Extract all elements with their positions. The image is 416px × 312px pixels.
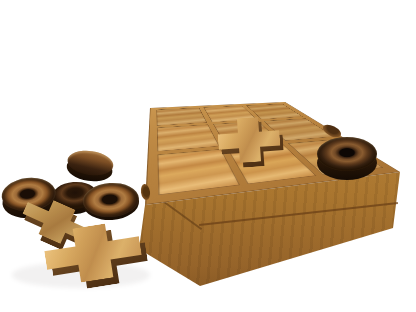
scattered-piece-o-0[interactable]	[65, 148, 115, 184]
board-piece-o-1[interactable]	[317, 137, 377, 180]
board-piece-x-0[interactable]	[217, 115, 282, 164]
cell-r1c0[interactable]	[157, 124, 220, 151]
x-piece-top	[217, 115, 282, 164]
o-ring-face	[317, 137, 377, 171]
cell-r0c0[interactable]	[156, 108, 206, 126]
photo-canvas	[0, 0, 416, 312]
